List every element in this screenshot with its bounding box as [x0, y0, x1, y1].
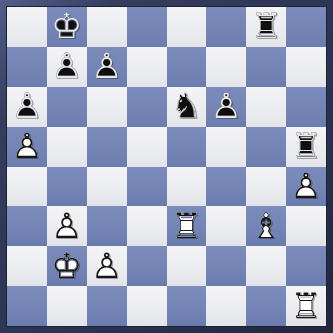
square-f8[interactable] — [206, 7, 246, 47]
square-a2[interactable] — [7, 246, 47, 286]
square-b2[interactable]: ♚♔ — [47, 246, 87, 286]
square-f1[interactable] — [206, 286, 246, 326]
black-knight-outline-icon: ♘ — [167, 87, 207, 127]
square-a1[interactable] — [7, 286, 47, 326]
square-g4[interactable] — [246, 167, 286, 207]
square-e8[interactable] — [167, 7, 207, 47]
square-h3[interactable] — [286, 206, 326, 246]
square-h6[interactable] — [286, 87, 326, 127]
piece-white-pawn-c2[interactable]: ♟♙ — [87, 246, 127, 286]
square-g1[interactable] — [246, 286, 286, 326]
piece-black-king-b8[interactable]: ♚♔ — [47, 7, 87, 47]
piece-black-pawn-a6[interactable]: ♟♙ — [7, 87, 47, 127]
square-g8[interactable]: ♜♖ — [246, 7, 286, 47]
piece-black-pawn-b7[interactable]: ♟♙ — [47, 47, 87, 87]
square-d1[interactable] — [127, 286, 167, 326]
square-a6[interactable]: ♟♙ — [7, 87, 47, 127]
square-c2[interactable]: ♟♙ — [87, 246, 127, 286]
square-e7[interactable] — [167, 47, 207, 87]
square-d8[interactable] — [127, 7, 167, 47]
square-b6[interactable] — [47, 87, 87, 127]
square-f5[interactable] — [206, 127, 246, 167]
square-e4[interactable] — [167, 167, 207, 207]
square-c4[interactable] — [87, 167, 127, 207]
piece-white-bishop-g3[interactable]: ♝♗ — [246, 206, 286, 246]
piece-black-knight-e6[interactable]: ♞♘ — [167, 87, 207, 127]
piece-white-rook-e3[interactable]: ♜♖ — [167, 206, 207, 246]
black-pawn-outline-icon: ♙ — [7, 87, 47, 127]
square-d2[interactable] — [127, 246, 167, 286]
piece-white-pawn-h4[interactable]: ♟♙ — [286, 167, 326, 207]
black-rook-outline-icon: ♖ — [246, 7, 286, 47]
piece-white-pawn-b3[interactable]: ♟♙ — [47, 206, 87, 246]
white-rook-outline-icon: ♖ — [286, 286, 326, 326]
square-g5[interactable] — [246, 127, 286, 167]
square-b7[interactable]: ♟♙ — [47, 47, 87, 87]
square-c3[interactable] — [87, 206, 127, 246]
square-f6[interactable]: ♟♙ — [206, 87, 246, 127]
black-rook-outline-icon: ♖ — [286, 127, 326, 167]
square-a7[interactable] — [7, 47, 47, 87]
square-e6[interactable]: ♞♘ — [167, 87, 207, 127]
square-b3[interactable]: ♟♙ — [47, 206, 87, 246]
square-c8[interactable] — [87, 7, 127, 47]
square-h4[interactable]: ♟♙ — [286, 167, 326, 207]
square-d4[interactable] — [127, 167, 167, 207]
square-g7[interactable] — [246, 47, 286, 87]
white-pawn-outline-icon: ♙ — [47, 206, 87, 246]
white-rook-outline-icon: ♖ — [167, 206, 207, 246]
square-c6[interactable] — [87, 87, 127, 127]
white-king-outline-icon: ♔ — [47, 246, 87, 286]
black-pawn-outline-icon: ♙ — [206, 87, 246, 127]
square-a8[interactable] — [7, 7, 47, 47]
square-f3[interactable] — [206, 206, 246, 246]
square-b5[interactable] — [47, 127, 87, 167]
square-c1[interactable] — [87, 286, 127, 326]
white-pawn-outline-icon: ♙ — [286, 167, 326, 207]
square-a5[interactable]: ♟♙ — [7, 127, 47, 167]
square-a4[interactable] — [7, 167, 47, 207]
piece-black-pawn-f6[interactable]: ♟♙ — [206, 87, 246, 127]
square-h8[interactable] — [286, 7, 326, 47]
square-e1[interactable] — [167, 286, 207, 326]
square-g2[interactable] — [246, 246, 286, 286]
square-b4[interactable] — [47, 167, 87, 207]
piece-white-rook-h1[interactable]: ♜♖ — [286, 286, 326, 326]
square-e3[interactable]: ♜♖ — [167, 206, 207, 246]
white-pawn-outline-icon: ♙ — [87, 246, 127, 286]
square-h1[interactable]: ♜♖ — [286, 286, 326, 326]
white-pawn-outline-icon: ♙ — [7, 127, 47, 167]
board-frame: ♚♔♜♖♟♙♟♙♟♙♞♘♟♙♟♙♜♖♟♙♟♙♜♖♝♗♚♔♟♙♜♖ — [0, 0, 333, 333]
square-a3[interactable] — [7, 206, 47, 246]
piece-black-rook-h5[interactable]: ♜♖ — [286, 127, 326, 167]
black-king-outline-icon: ♔ — [47, 7, 87, 47]
square-d6[interactable] — [127, 87, 167, 127]
black-pawn-outline-icon: ♙ — [47, 47, 87, 87]
square-g3[interactable]: ♝♗ — [246, 206, 286, 246]
square-d5[interactable] — [127, 127, 167, 167]
square-b8[interactable]: ♚♔ — [47, 7, 87, 47]
white-bishop-outline-icon: ♗ — [246, 206, 286, 246]
square-d7[interactable] — [127, 47, 167, 87]
piece-white-king-b2[interactable]: ♚♔ — [47, 246, 87, 286]
square-h7[interactable] — [286, 47, 326, 87]
piece-white-pawn-a5[interactable]: ♟♙ — [7, 127, 47, 167]
chess-board: ♚♔♜♖♟♙♟♙♟♙♞♘♟♙♟♙♜♖♟♙♟♙♜♖♝♗♚♔♟♙♜♖ — [7, 7, 326, 326]
piece-black-pawn-c7[interactable]: ♟♙ — [87, 47, 127, 87]
piece-black-rook-g8[interactable]: ♜♖ — [246, 7, 286, 47]
square-e2[interactable] — [167, 246, 207, 286]
square-c5[interactable] — [87, 127, 127, 167]
square-h2[interactable] — [286, 246, 326, 286]
square-f4[interactable] — [206, 167, 246, 207]
square-g6[interactable] — [246, 87, 286, 127]
square-d3[interactable] — [127, 206, 167, 246]
black-pawn-outline-icon: ♙ — [87, 47, 127, 87]
square-e5[interactable] — [167, 127, 207, 167]
square-c7[interactable]: ♟♙ — [87, 47, 127, 87]
square-h5[interactable]: ♜♖ — [286, 127, 326, 167]
square-f7[interactable] — [206, 47, 246, 87]
square-b1[interactable] — [47, 286, 87, 326]
square-f2[interactable] — [206, 246, 246, 286]
